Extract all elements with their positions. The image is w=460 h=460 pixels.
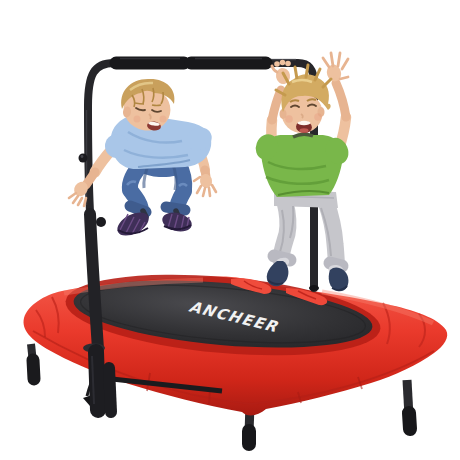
- product-photo: ANCHEER: [0, 0, 460, 460]
- pole-lower-tube: [90, 214, 98, 349]
- adjustment-knob-lower: [96, 217, 106, 227]
- pole-base-clamp: [96, 352, 98, 410]
- child-right: [252, 53, 352, 291]
- knob-highlight: [81, 155, 84, 158]
- pole-base-clamp2: [109, 368, 111, 412]
- trampoline-scene: ANCHEER: [0, 0, 460, 460]
- trampoline-leg-right: [407, 380, 410, 429]
- right-pole-foot: [309, 285, 319, 291]
- trampoline-leg-left: [31, 344, 34, 379]
- adjustment-knob-upper: [79, 154, 88, 163]
